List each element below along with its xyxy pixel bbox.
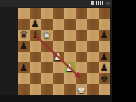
white-pawn[interactable]: ♟ <box>65 63 74 73</box>
square-b3[interactable] <box>30 62 42 73</box>
white-king[interactable]: ♚ <box>77 85 86 95</box>
square-b2[interactable] <box>30 73 42 84</box>
square-e1[interactable] <box>64 84 76 95</box>
square-g5[interactable] <box>87 41 99 52</box>
square-h3[interactable]: ♟ <box>99 62 111 73</box>
square-d1[interactable] <box>53 84 65 95</box>
toolbar-tally-marks <box>96 1 103 5</box>
square-g4[interactable] <box>87 52 99 63</box>
square-g3[interactable] <box>87 62 99 73</box>
square-a5[interactable]: ♟ <box>18 41 30 52</box>
square-c2[interactable] <box>41 73 53 84</box>
square-f1[interactable]: ♚ <box>76 84 88 95</box>
square-d6[interactable] <box>53 30 65 41</box>
board-left-margin <box>0 7 18 95</box>
toolbar <box>0 0 112 7</box>
square-c8[interactable] <box>41 8 53 19</box>
square-a2[interactable] <box>18 73 30 84</box>
square-g6[interactable] <box>87 30 99 41</box>
square-c6[interactable]: ♛ <box>41 30 53 41</box>
black-king[interactable]: ♚ <box>100 74 109 84</box>
square-c4[interactable] <box>41 52 53 63</box>
square-a4[interactable] <box>18 52 30 63</box>
black-pawn[interactable]: ♟ <box>100 52 109 62</box>
square-d8[interactable] <box>53 8 65 19</box>
black-queen[interactable]: ♛ <box>19 30 28 40</box>
chess-board: ♟♛♝♛♟♟♟♟♟♟♟♚♚ <box>18 8 110 95</box>
square-c3[interactable] <box>41 62 53 73</box>
square-d2[interactable] <box>53 73 65 84</box>
square-a1[interactable] <box>18 84 30 95</box>
black-pawn[interactable]: ♟ <box>100 30 109 40</box>
square-e6[interactable] <box>64 30 76 41</box>
square-h4[interactable]: ♟ <box>99 52 111 63</box>
screenshot-stage: ♟♛♝♛♟♟♟♟♟♟♟♚♚ <box>0 0 136 102</box>
square-e7[interactable] <box>64 19 76 30</box>
square-h8[interactable] <box>99 8 111 19</box>
square-c5[interactable] <box>41 41 53 52</box>
toolbar-mark <box>96 1 97 5</box>
square-f8[interactable] <box>76 8 88 19</box>
square-a3[interactable]: ♟ <box>18 62 30 73</box>
toolbar-mark <box>102 1 103 5</box>
square-a8[interactable] <box>18 8 30 19</box>
chess-app-window: ♟♛♝♛♟♟♟♟♟♟♟♚♚ <box>0 0 112 102</box>
toolbar-dim-mark <box>106 2 110 5</box>
square-b4[interactable] <box>30 52 42 63</box>
white-pawn[interactable]: ♟ <box>54 52 63 62</box>
black-bishop[interactable]: ♝ <box>31 30 40 40</box>
square-b6[interactable]: ♝ <box>30 30 42 41</box>
square-g7[interactable] <box>87 19 99 30</box>
square-g8[interactable] <box>87 8 99 19</box>
square-e4[interactable] <box>64 52 76 63</box>
square-d4[interactable]: ♟ <box>53 52 65 63</box>
square-f5[interactable] <box>76 41 88 52</box>
black-pawn[interactable]: ♟ <box>19 41 28 51</box>
square-h1[interactable] <box>99 84 111 95</box>
toolbar-mark <box>98 1 99 5</box>
toolbar-piece-icon <box>91 1 94 5</box>
square-h2[interactable]: ♚ <box>99 73 111 84</box>
square-c1[interactable] <box>41 84 53 95</box>
toolbar-controls[interactable] <box>91 1 110 5</box>
black-pawn[interactable]: ♟ <box>31 19 40 29</box>
square-e5[interactable] <box>64 41 76 52</box>
black-pawn[interactable]: ♟ <box>19 63 28 73</box>
square-h5[interactable] <box>99 41 111 52</box>
square-f7[interactable] <box>76 19 88 30</box>
toolbar-mark <box>100 1 101 5</box>
square-d7[interactable] <box>53 19 65 30</box>
bottom-bar <box>0 95 112 102</box>
white-queen[interactable]: ♛ <box>42 30 51 40</box>
square-f6[interactable] <box>76 30 88 41</box>
square-e2[interactable] <box>64 73 76 84</box>
square-b5[interactable] <box>30 41 42 52</box>
square-h6[interactable]: ♟ <box>99 30 111 41</box>
square-f3[interactable] <box>76 62 88 73</box>
square-d5[interactable] <box>53 41 65 52</box>
square-e3[interactable]: ♟ <box>64 62 76 73</box>
square-a6[interactable]: ♛ <box>18 30 30 41</box>
square-f4[interactable] <box>76 52 88 63</box>
square-b1[interactable] <box>30 84 42 95</box>
square-e8[interactable] <box>64 8 76 19</box>
square-g1[interactable] <box>87 84 99 95</box>
square-d3[interactable] <box>53 62 65 73</box>
square-f2[interactable] <box>76 73 88 84</box>
square-g2[interactable] <box>87 73 99 84</box>
black-pawn[interactable]: ♟ <box>100 63 109 73</box>
